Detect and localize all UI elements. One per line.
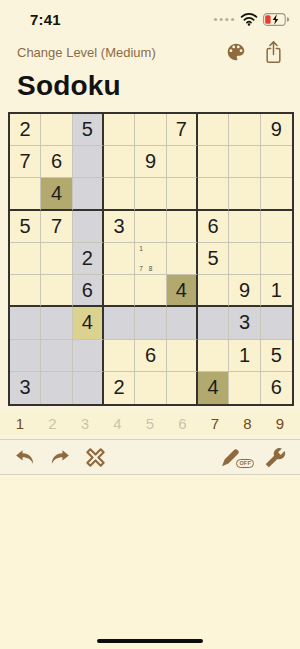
cell-r7c7[interactable] <box>198 307 229 339</box>
pencil-mode-button[interactable]: OFF <box>219 446 245 468</box>
cell-r7c2[interactable] <box>41 307 72 339</box>
change-level-button[interactable]: Change Level (Medium) <box>17 45 225 60</box>
cell-r8c6[interactable] <box>167 340 198 372</box>
cell-r4c4[interactable]: 3 <box>104 211 135 243</box>
cell-r9c3[interactable] <box>73 372 104 404</box>
cell-r3c6[interactable] <box>167 178 198 210</box>
status-bar: 7:41 <box>0 0 300 30</box>
cell-r9c6[interactable] <box>167 372 198 404</box>
toolbar: OFF <box>0 439 300 475</box>
cell-r5c2[interactable] <box>41 243 72 275</box>
cell-r2c8[interactable] <box>229 146 260 178</box>
cell-r7c6[interactable] <box>167 307 198 339</box>
numpad-7[interactable]: 7 <box>207 415 223 432</box>
cell-r7c5[interactable] <box>135 307 166 339</box>
cell-r1c5[interactable] <box>135 114 166 146</box>
clear-cell-button[interactable] <box>84 446 107 469</box>
cell-r1c9[interactable]: 9 <box>261 114 292 146</box>
content-area <box>0 475 300 649</box>
numpad-9[interactable]: 9 <box>272 415 288 432</box>
nav-bar: Change Level (Medium) <box>0 30 300 64</box>
cell-r9c8[interactable] <box>229 372 260 404</box>
cell-r2c5[interactable]: 9 <box>135 146 166 178</box>
cell-r4c7[interactable]: 6 <box>198 211 229 243</box>
cell-r5c9[interactable] <box>261 243 292 275</box>
cell-r4c2[interactable]: 7 <box>41 211 72 243</box>
cell-r8c2[interactable] <box>41 340 72 372</box>
palette-icon <box>225 41 247 63</box>
cell-r8c7[interactable] <box>198 340 229 372</box>
cell-r6c7[interactable] <box>198 275 229 307</box>
cell-r8c9[interactable]: 5 <box>261 340 292 372</box>
cell-r5c1[interactable] <box>10 243 41 275</box>
cell-r1c4[interactable] <box>104 114 135 146</box>
sudoku-board: 257976945736217856491436153246 <box>8 112 294 406</box>
numpad-5: 5 <box>142 415 158 432</box>
cell-r8c1[interactable] <box>10 340 41 372</box>
cell-r9c1[interactable]: 3 <box>10 372 41 404</box>
cell-r2c3[interactable] <box>73 146 104 178</box>
cell-r7c3[interactable]: 4 <box>73 307 104 339</box>
cell-r6c8[interactable]: 9 <box>229 275 260 307</box>
cell-r1c1[interactable]: 2 <box>10 114 41 146</box>
cell-r7c1[interactable] <box>10 307 41 339</box>
cell-r5c4[interactable] <box>104 243 135 275</box>
cell-r9c7[interactable]: 4 <box>198 372 229 404</box>
cell-r8c8[interactable]: 1 <box>229 340 260 372</box>
cell-r9c9[interactable]: 6 <box>261 372 292 404</box>
redo-icon <box>49 449 71 466</box>
cell-r7c4[interactable] <box>104 307 135 339</box>
redo-button[interactable] <box>49 449 71 466</box>
home-indicator[interactable] <box>97 639 203 644</box>
cell-r7c9[interactable] <box>261 307 292 339</box>
battery-charging-icon <box>263 13 290 26</box>
numpad-2: 2 <box>45 415 61 432</box>
numpad-3: 3 <box>77 415 93 432</box>
cell-r1c2[interactable] <box>41 114 72 146</box>
cell-r4c8[interactable] <box>229 211 260 243</box>
cell-r5c8[interactable] <box>229 243 260 275</box>
cell-r2c7[interactable] <box>198 146 229 178</box>
numpad-1[interactable]: 1 <box>12 415 28 432</box>
cell-r6c5[interactable] <box>135 275 166 307</box>
cell-r1c6[interactable]: 7 <box>167 114 198 146</box>
clear-x-icon <box>84 446 107 469</box>
cell-r2c1[interactable]: 7 <box>10 146 41 178</box>
cell-r5c6[interactable] <box>167 243 198 275</box>
numpad-6: 6 <box>175 415 191 432</box>
cell-r2c2[interactable]: 6 <box>41 146 72 178</box>
number-pad: 123456789 <box>0 411 300 435</box>
cell-r3c7[interactable] <box>198 178 229 210</box>
cell-r3c8[interactable] <box>229 178 260 210</box>
cell-r4c9[interactable] <box>261 211 292 243</box>
cell-r6c2[interactable] <box>41 275 72 307</box>
wrench-icon <box>265 447 286 468</box>
cell-r8c4[interactable] <box>104 340 135 372</box>
settings-button[interactable] <box>265 447 286 468</box>
cell-r5c5[interactable]: 178 <box>135 243 166 275</box>
cell-r2c9[interactable] <box>261 146 292 178</box>
cell-r7c8[interactable]: 3 <box>229 307 260 339</box>
share-button[interactable] <box>262 40 284 64</box>
cell-r3c1[interactable] <box>10 178 41 210</box>
cell-r2c4[interactable] <box>104 146 135 178</box>
cell-r4c6[interactable] <box>167 211 198 243</box>
cell-r4c1[interactable]: 5 <box>10 211 41 243</box>
cell-r8c5[interactable]: 6 <box>135 340 166 372</box>
pencil-marks: 178 <box>136 244 164 273</box>
cell-r6c4[interactable] <box>104 275 135 307</box>
cell-r6c9[interactable]: 1 <box>261 275 292 307</box>
page-title: Sodoku <box>17 70 283 102</box>
cell-r4c5[interactable] <box>135 211 166 243</box>
cell-r6c3[interactable]: 6 <box>73 275 104 307</box>
cell-r3c3[interactable] <box>73 178 104 210</box>
wifi-icon <box>240 12 258 26</box>
cell-r5c7[interactable]: 5 <box>198 243 229 275</box>
cell-r9c2[interactable] <box>41 372 72 404</box>
undo-button[interactable] <box>14 449 36 466</box>
cell-r5c3[interactable]: 2 <box>73 243 104 275</box>
undo-icon <box>14 449 36 466</box>
cell-r3c4[interactable] <box>104 178 135 210</box>
cell-r6c6[interactable]: 4 <box>167 275 198 307</box>
cell-r4c3[interactable] <box>73 211 104 243</box>
clock: 7:41 <box>30 11 61 28</box>
cell-r9c4[interactable]: 2 <box>104 372 135 404</box>
share-icon <box>264 40 283 64</box>
cell-r1c8[interactable] <box>229 114 260 146</box>
cell-r2c6[interactable] <box>167 146 198 178</box>
cellular-signal-icon <box>213 17 235 22</box>
cell-r9c5[interactable] <box>135 372 166 404</box>
cell-r3c9[interactable] <box>261 178 292 210</box>
pencil-off-badge: OFF <box>236 459 254 469</box>
cell-r3c2[interactable]: 4 <box>41 178 72 210</box>
cell-r1c7[interactable] <box>198 114 229 146</box>
cell-r3c5[interactable] <box>135 178 166 210</box>
theme-button[interactable] <box>225 40 247 64</box>
cell-r6c1[interactable] <box>10 275 41 307</box>
numpad-8[interactable]: 8 <box>240 415 256 432</box>
numpad-4: 4 <box>110 415 126 432</box>
cell-r1c3[interactable]: 5 <box>73 114 104 146</box>
cell-r8c3[interactable] <box>73 340 104 372</box>
